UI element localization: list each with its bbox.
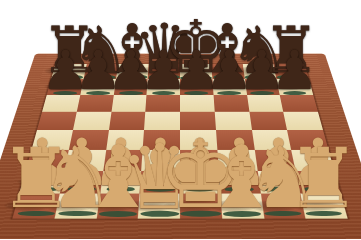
piece-white-rook-h1[interactable]: ♜: [286, 138, 360, 221]
chessboard-photo: ♜♞♝♛♚♝♞♜♟♟♟♟♟♟♟♟♟♟♟♟♟♟♟♟♜♞♝♛♚♝♞♜: [0, 0, 361, 240]
piece-black-pawn-h7[interactable]: ♟: [270, 44, 319, 98]
